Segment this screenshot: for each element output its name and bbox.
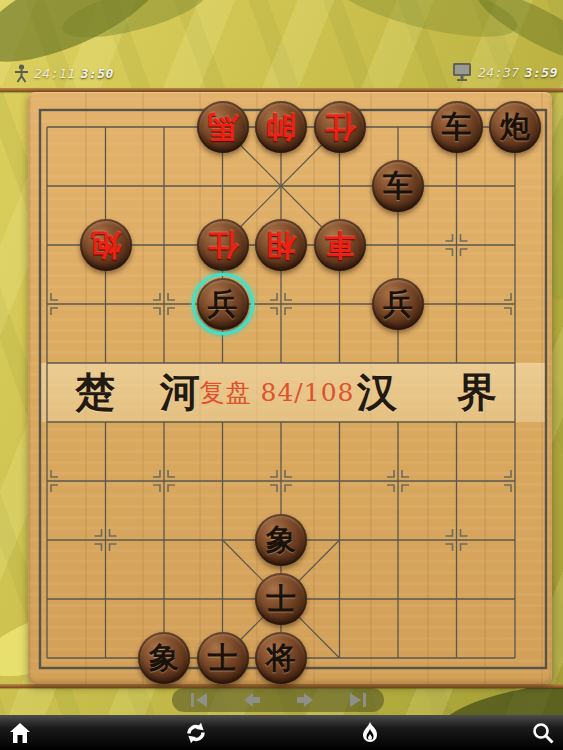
app-screen: 24:11 3:50 24:37 3:59 楚 河 复盘 84/108 汉 界 …: [0, 0, 563, 750]
piece-red-chariot[interactable]: 車: [314, 219, 366, 271]
piece-black-elephant[interactable]: 象: [138, 632, 190, 684]
piece-red-advisor[interactable]: 仕: [197, 219, 249, 271]
next-move-button[interactable]: [294, 692, 316, 708]
piece-character: 车: [442, 112, 472, 142]
refresh-button[interactable]: [176, 715, 216, 750]
player-elapsed-time: 24:11: [34, 66, 76, 81]
skip-to-start-button[interactable]: [188, 692, 210, 708]
cycle-arrows-icon: [184, 721, 208, 745]
piece-character: 象: [266, 525, 296, 555]
piece-character: 仕: [325, 112, 355, 142]
piece-black-cannon[interactable]: 炮: [489, 101, 541, 153]
piece-character: 炮: [91, 230, 121, 260]
pieces-layer: 馬帥仕车炮车炮仕相車兵兵象士象士将: [28, 92, 552, 684]
player-clock: 24:11 3:50: [14, 64, 114, 83]
player-remaining-time: 3:50: [81, 66, 114, 81]
flame-button[interactable]: [350, 715, 390, 750]
piece-character: 仕: [208, 230, 238, 260]
computer-elapsed-time: 24:37: [478, 65, 520, 80]
piece-character: 馬: [208, 112, 238, 142]
piece-character: 相: [266, 230, 296, 260]
flame-icon: [359, 721, 381, 745]
player-icon: [14, 64, 29, 83]
piece-red-elephant[interactable]: 相: [255, 219, 307, 271]
home-icon: [8, 721, 32, 745]
piece-character: 兵: [208, 289, 238, 319]
piece-black-elephant[interactable]: 象: [255, 514, 307, 566]
piece-character: 車: [325, 230, 355, 260]
bottom-toolbar: [0, 715, 563, 750]
piece-character: 车: [383, 171, 413, 201]
piece-character: 士: [208, 643, 238, 673]
piece-character: 兵: [383, 289, 413, 319]
piece-black-general[interactable]: 将: [255, 632, 307, 684]
piece-black-soldier[interactable]: 兵: [372, 278, 424, 330]
replay-nav-bar: [172, 688, 384, 712]
piece-character: 炮: [500, 112, 530, 142]
piece-character: 帥: [266, 112, 296, 142]
piece-red-general[interactable]: 帥: [255, 101, 307, 153]
piece-black-chariot[interactable]: 车: [372, 160, 424, 212]
computer-icon: [451, 62, 473, 82]
computer-remaining-time: 3:59: [525, 65, 558, 80]
piece-character: 象: [149, 643, 179, 673]
piece-character: 将: [266, 643, 296, 673]
status-bar: 24:11 3:50 24:37 3:59: [0, 62, 563, 88]
search-icon: [531, 721, 555, 745]
computer-clock: 24:37 3:59: [451, 62, 558, 82]
piece-character: 士: [266, 584, 296, 614]
piece-black-advisor[interactable]: 士: [255, 573, 307, 625]
piece-red-advisor[interactable]: 仕: [314, 101, 366, 153]
piece-black-soldier[interactable]: 兵: [197, 278, 249, 330]
piece-black-chariot[interactable]: 车: [431, 101, 483, 153]
skip-to-end-button[interactable]: [347, 692, 369, 708]
previous-move-button[interactable]: [241, 692, 263, 708]
xiangqi-board[interactable]: 楚 河 复盘 84/108 汉 界 馬帥仕车炮车炮仕相車兵兵象士象士将: [28, 92, 552, 684]
home-button[interactable]: [0, 715, 40, 750]
piece-red-cannon[interactable]: 炮: [80, 219, 132, 271]
piece-red-horse[interactable]: 馬: [197, 101, 249, 153]
piece-black-advisor[interactable]: 士: [197, 632, 249, 684]
search-button[interactable]: [523, 715, 563, 750]
